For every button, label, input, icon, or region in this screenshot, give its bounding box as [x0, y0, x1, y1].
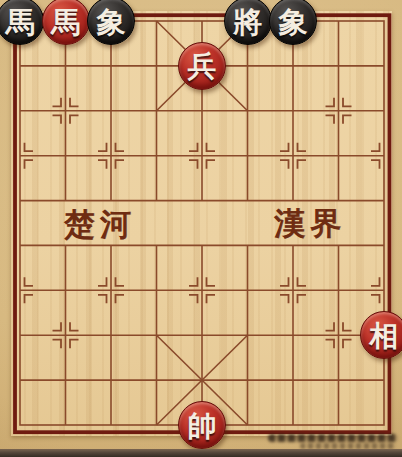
piece-glyph: 象: [97, 8, 126, 37]
piece-glyph: 相: [370, 322, 399, 351]
red-general[interactable]: 帥: [178, 401, 226, 449]
piece-glyph: 馬: [6, 8, 35, 37]
red-elephant[interactable]: 相: [360, 311, 402, 359]
black-elephant-left[interactable]: 象: [87, 0, 135, 45]
watermark-smudge-top: [268, 434, 398, 442]
black-elephant-right[interactable]: 象: [269, 0, 317, 45]
piece-glyph: 象: [279, 8, 308, 37]
xiangqi-board-pieces[interactable]: 馬馬象將象兵相帥: [0, 0, 402, 457]
black-horse[interactable]: 馬: [0, 0, 44, 45]
piece-glyph: 帥: [188, 412, 217, 441]
game-screen: 楚河 漢界 馬馬象將象兵相帥: [0, 0, 402, 457]
bottom-edge-bar: [0, 449, 402, 457]
black-general[interactable]: 將: [224, 0, 272, 45]
piece-glyph: 兵: [188, 52, 217, 81]
piece-glyph: 馬: [51, 8, 80, 37]
piece-glyph: 將: [233, 8, 262, 37]
red-horse[interactable]: 馬: [42, 0, 90, 45]
red-soldier[interactable]: 兵: [178, 42, 226, 90]
